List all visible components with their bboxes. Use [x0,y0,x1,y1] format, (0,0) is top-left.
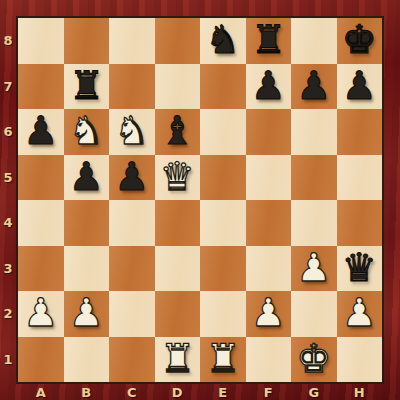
file-label-b: B [64,384,110,400]
square-a5[interactable] [18,155,64,201]
square-g1[interactable]: ♚ [291,337,337,383]
square-b3[interactable] [64,246,110,292]
file-label-h: H [337,384,383,400]
square-f7[interactable]: ♟ [246,64,292,110]
piece-black-pawn-b5[interactable]: ♟ [69,157,104,196]
square-b2[interactable]: ♟ [64,291,110,337]
square-h5[interactable] [337,155,383,201]
square-g5[interactable] [291,155,337,201]
square-a1[interactable] [18,337,64,383]
square-f5[interactable] [246,155,292,201]
square-c5[interactable]: ♟ [109,155,155,201]
square-e8[interactable]: ♞ [200,18,246,64]
square-h7[interactable]: ♟ [337,64,383,110]
square-h4[interactable] [337,200,383,246]
square-a6[interactable]: ♟ [18,109,64,155]
rank-label-2: 2 [0,291,16,337]
square-c6[interactable]: ♞ [109,109,155,155]
piece-black-rook-f8[interactable]: ♜ [251,20,286,59]
square-g6[interactable] [291,109,337,155]
piece-black-queen-h3[interactable]: ♛ [342,248,377,287]
piece-black-king-h8[interactable]: ♚ [342,20,377,59]
square-a4[interactable] [18,200,64,246]
piece-black-knight-e8[interactable]: ♞ [205,20,240,59]
square-h6[interactable] [337,109,383,155]
piece-white-pawn-a2[interactable]: ♟ [23,293,58,332]
piece-white-pawn-g3[interactable]: ♟ [296,248,331,287]
square-d8[interactable] [155,18,201,64]
piece-white-knight-c6[interactable]: ♞ [114,111,149,150]
square-h3[interactable]: ♛ [337,246,383,292]
piece-white-rook-e1[interactable]: ♜ [205,339,240,378]
square-e5[interactable] [200,155,246,201]
piece-black-rook-b7[interactable]: ♜ [69,66,104,105]
square-f3[interactable] [246,246,292,292]
square-d6[interactable]: ♝ [155,109,201,155]
square-f2[interactable]: ♟ [246,291,292,337]
chess-board: ♞♜♚♜♟♟♟♟♞♞♝♟♟♛♟♛♟♟♟♟♜♜♚ [16,16,384,384]
square-b6[interactable]: ♞ [64,109,110,155]
rank-labels: 87654321 [0,18,16,382]
piece-white-pawn-h2[interactable]: ♟ [342,293,377,332]
piece-white-rook-d1[interactable]: ♜ [160,339,195,378]
piece-white-pawn-b2[interactable]: ♟ [69,293,104,332]
square-a7[interactable] [18,64,64,110]
rank-label-5: 5 [0,155,16,201]
square-e6[interactable] [200,109,246,155]
square-h8[interactable]: ♚ [337,18,383,64]
square-f6[interactable] [246,109,292,155]
piece-white-king-g1[interactable]: ♚ [296,339,331,378]
file-label-a: A [18,384,64,400]
square-d5[interactable]: ♛ [155,155,201,201]
rank-label-3: 3 [0,246,16,292]
rank-label-7: 7 [0,64,16,110]
square-c2[interactable] [109,291,155,337]
square-c8[interactable] [109,18,155,64]
piece-black-bishop-d6[interactable]: ♝ [160,111,195,150]
file-label-d: D [155,384,201,400]
square-c1[interactable] [109,337,155,383]
rank-label-8: 8 [0,18,16,64]
square-e2[interactable] [200,291,246,337]
piece-black-pawn-f7[interactable]: ♟ [251,66,286,105]
square-c4[interactable] [109,200,155,246]
file-labels: ABCDEFGH [18,384,382,400]
file-label-e: E [200,384,246,400]
chess-diagram: 87654321 ♞♜♚♜♟♟♟♟♞♞♝♟♟♛♟♛♟♟♟♟♜♜♚ ABCDEFG… [0,0,400,400]
square-a2[interactable]: ♟ [18,291,64,337]
rank-label-1: 1 [0,337,16,383]
square-h1[interactable] [337,337,383,383]
square-d4[interactable] [155,200,201,246]
square-b5[interactable]: ♟ [64,155,110,201]
square-d3[interactable] [155,246,201,292]
piece-white-knight-b6[interactable]: ♞ [69,111,104,150]
file-label-c: C [109,384,155,400]
square-e7[interactable] [200,64,246,110]
file-label-f: F [246,384,292,400]
piece-black-pawn-a6[interactable]: ♟ [23,111,58,150]
square-b8[interactable] [64,18,110,64]
square-g3[interactable]: ♟ [291,246,337,292]
square-e4[interactable] [200,200,246,246]
square-a3[interactable] [18,246,64,292]
square-g7[interactable]: ♟ [291,64,337,110]
square-f1[interactable] [246,337,292,383]
square-g4[interactable] [291,200,337,246]
square-d7[interactable] [155,64,201,110]
file-label-g: G [291,384,337,400]
square-g2[interactable] [291,291,337,337]
piece-black-pawn-h7[interactable]: ♟ [342,66,377,105]
square-c7[interactable] [109,64,155,110]
square-b7[interactable]: ♜ [64,64,110,110]
piece-black-pawn-g7[interactable]: ♟ [296,66,331,105]
rank-label-6: 6 [0,109,16,155]
square-h2[interactable]: ♟ [337,291,383,337]
square-d1[interactable]: ♜ [155,337,201,383]
square-b4[interactable] [64,200,110,246]
rank-label-4: 4 [0,200,16,246]
square-f4[interactable] [246,200,292,246]
square-d2[interactable] [155,291,201,337]
square-b1[interactable] [64,337,110,383]
square-g8[interactable] [291,18,337,64]
piece-white-pawn-f2[interactable]: ♟ [251,293,286,332]
piece-black-pawn-c5[interactable]: ♟ [114,157,149,196]
square-e3[interactable] [200,246,246,292]
square-a8[interactable] [18,18,64,64]
square-e1[interactable]: ♜ [200,337,246,383]
square-f8[interactable]: ♜ [246,18,292,64]
piece-white-queen-d5[interactable]: ♛ [160,157,195,196]
square-c3[interactable] [109,246,155,292]
